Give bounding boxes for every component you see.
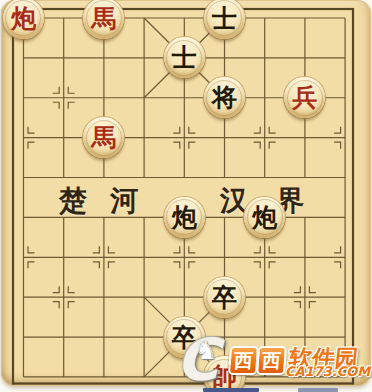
xiangqi-app-screenshot: 楚河 汉界 炮馬士士将兵馬炮炮卒卒帥 C ♞ 西 西 软件园 CA173.COM: [0, 0, 372, 392]
piece-character: 馬: [91, 6, 116, 31]
piece-character: 炮: [11, 6, 36, 31]
piece-character: 炮: [252, 205, 277, 230]
piece-black-cannon[interactable]: 炮: [244, 197, 285, 238]
piece-red-horse[interactable]: 馬: [83, 0, 124, 39]
piece-black-advisor[interactable]: 士: [204, 0, 245, 39]
piece-red-cannon[interactable]: 炮: [3, 0, 44, 39]
piece-black-soldier[interactable]: 卒: [164, 317, 205, 358]
pieces-layer[interactable]: 炮馬士士将兵馬炮炮卒卒帥: [3, 0, 365, 392]
page-fragment: [298, 388, 338, 392]
xiangqi-board: 楚河 汉界 炮馬士士将兵馬炮炮卒卒帥: [1, 0, 371, 386]
piece-character: 士: [212, 6, 237, 31]
piece-character: 士: [172, 45, 197, 70]
piece-character: 将: [212, 85, 237, 110]
piece-character: 馬: [91, 125, 116, 150]
piece-black-soldier[interactable]: 卒: [204, 277, 245, 318]
piece-black-general[interactable]: 将: [204, 77, 245, 118]
piece-black-cannon[interactable]: 炮: [164, 197, 205, 238]
piece-character: 炮: [172, 205, 197, 230]
piece-black-advisor[interactable]: 士: [164, 37, 205, 78]
page-fragment: [203, 388, 259, 392]
piece-character: 帥: [212, 364, 237, 389]
piece-character: 卒: [212, 285, 237, 310]
piece-character: 兵: [292, 85, 317, 110]
piece-red-horse[interactable]: 馬: [83, 117, 124, 158]
piece-red-soldier[interactable]: 兵: [284, 77, 325, 118]
piece-character: 卒: [172, 325, 197, 350]
piece-red-general[interactable]: 帥: [204, 356, 245, 392]
